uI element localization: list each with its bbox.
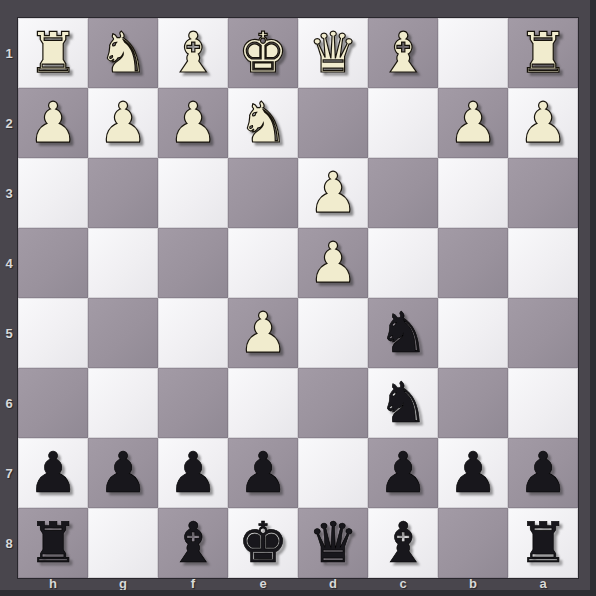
white-knight-g1: ♞ bbox=[98, 18, 148, 88]
black-pawn-h7: ♟ bbox=[28, 438, 78, 508]
square-e7[interactable]: ♟ bbox=[228, 438, 298, 508]
white-queen-d1: ♛ bbox=[308, 18, 358, 88]
square-e5[interactable]: ♟ bbox=[228, 298, 298, 368]
black-knight-c6: ♞ bbox=[378, 368, 428, 438]
white-pawn-d3: ♟ bbox=[308, 158, 358, 228]
square-b8[interactable] bbox=[438, 508, 508, 578]
black-bishop-c8: ♝ bbox=[378, 508, 428, 578]
square-d4[interactable]: ♟ bbox=[298, 228, 368, 298]
square-h8[interactable]: ♜ bbox=[18, 508, 88, 578]
square-g7[interactable]: ♟ bbox=[88, 438, 158, 508]
square-e2[interactable]: ♞ bbox=[228, 88, 298, 158]
board-frame: 12345678 hgfedcba ♜♞♝♚♛♝♜♟♟♟♞♟♟♟♟♟♞♞♟♟♟♟… bbox=[0, 0, 596, 596]
square-g4[interactable] bbox=[88, 228, 158, 298]
rank-label-5: 5 bbox=[0, 298, 18, 368]
square-h6[interactable] bbox=[18, 368, 88, 438]
square-c2[interactable] bbox=[368, 88, 438, 158]
square-e8[interactable]: ♚ bbox=[228, 508, 298, 578]
square-h3[interactable] bbox=[18, 158, 88, 228]
file-label-h: h bbox=[18, 576, 88, 591]
rank-label-2: 2 bbox=[0, 88, 18, 158]
rank-label-1: 1 bbox=[0, 18, 18, 88]
square-h5[interactable] bbox=[18, 298, 88, 368]
square-g3[interactable] bbox=[88, 158, 158, 228]
file-labels: hgfedcba bbox=[18, 576, 578, 590]
square-h1[interactable]: ♜ bbox=[18, 18, 88, 88]
rank-label-4: 4 bbox=[0, 228, 18, 298]
square-a8[interactable]: ♜ bbox=[508, 508, 578, 578]
square-g5[interactable] bbox=[88, 298, 158, 368]
white-pawn-h2: ♟ bbox=[28, 88, 78, 158]
rank-label-6: 6 bbox=[0, 368, 18, 438]
square-e1[interactable]: ♚ bbox=[228, 18, 298, 88]
file-label-g: g bbox=[88, 576, 158, 591]
black-bishop-f8: ♝ bbox=[168, 508, 218, 578]
square-a2[interactable]: ♟ bbox=[508, 88, 578, 158]
square-c3[interactable] bbox=[368, 158, 438, 228]
square-c8[interactable]: ♝ bbox=[368, 508, 438, 578]
file-label-d: d bbox=[298, 576, 368, 591]
white-king-e1: ♚ bbox=[238, 18, 288, 88]
white-pawn-e5: ♟ bbox=[238, 298, 288, 368]
square-c5[interactable]: ♞ bbox=[368, 298, 438, 368]
square-c4[interactable] bbox=[368, 228, 438, 298]
black-pawn-e7: ♟ bbox=[238, 438, 288, 508]
square-g8[interactable] bbox=[88, 508, 158, 578]
file-label-f: f bbox=[158, 576, 228, 591]
square-b1[interactable] bbox=[438, 18, 508, 88]
white-pawn-g2: ♟ bbox=[98, 88, 148, 158]
white-pawn-f2: ♟ bbox=[168, 88, 218, 158]
square-f7[interactable]: ♟ bbox=[158, 438, 228, 508]
black-king-e8: ♚ bbox=[238, 508, 288, 578]
square-a4[interactable] bbox=[508, 228, 578, 298]
square-c7[interactable]: ♟ bbox=[368, 438, 438, 508]
square-f6[interactable] bbox=[158, 368, 228, 438]
square-a5[interactable] bbox=[508, 298, 578, 368]
file-label-a: a bbox=[508, 576, 578, 591]
white-pawn-a2: ♟ bbox=[518, 88, 568, 158]
square-c1[interactable]: ♝ bbox=[368, 18, 438, 88]
rank-label-3: 3 bbox=[0, 158, 18, 228]
square-b3[interactable] bbox=[438, 158, 508, 228]
chess-board: ♜♞♝♚♛♝♜♟♟♟♞♟♟♟♟♟♞♞♟♟♟♟♟♟♟♜♝♚♛♝♜ bbox=[18, 18, 578, 578]
file-label-b: b bbox=[438, 576, 508, 591]
black-pawn-b7: ♟ bbox=[448, 438, 498, 508]
white-rook-a1: ♜ bbox=[518, 18, 568, 88]
file-label-e: e bbox=[228, 576, 298, 591]
white-pawn-d4: ♟ bbox=[308, 228, 358, 298]
square-b5[interactable] bbox=[438, 298, 508, 368]
square-a3[interactable] bbox=[508, 158, 578, 228]
black-pawn-a7: ♟ bbox=[518, 438, 568, 508]
white-knight-e2: ♞ bbox=[238, 88, 288, 158]
square-a6[interactable] bbox=[508, 368, 578, 438]
square-d1[interactable]: ♛ bbox=[298, 18, 368, 88]
square-f8[interactable]: ♝ bbox=[158, 508, 228, 578]
square-f4[interactable] bbox=[158, 228, 228, 298]
square-b2[interactable]: ♟ bbox=[438, 88, 508, 158]
square-b7[interactable]: ♟ bbox=[438, 438, 508, 508]
white-bishop-f1: ♝ bbox=[168, 18, 218, 88]
black-pawn-c7: ♟ bbox=[378, 438, 428, 508]
white-bishop-c1: ♝ bbox=[378, 18, 428, 88]
square-d3[interactable]: ♟ bbox=[298, 158, 368, 228]
square-b4[interactable] bbox=[438, 228, 508, 298]
rank-labels: 12345678 bbox=[0, 18, 18, 578]
square-f1[interactable]: ♝ bbox=[158, 18, 228, 88]
square-d8[interactable]: ♛ bbox=[298, 508, 368, 578]
square-c6[interactable]: ♞ bbox=[368, 368, 438, 438]
file-label-c: c bbox=[368, 576, 438, 591]
square-e4[interactable] bbox=[228, 228, 298, 298]
square-d5[interactable] bbox=[298, 298, 368, 368]
square-b6[interactable] bbox=[438, 368, 508, 438]
black-queen-d8: ♛ bbox=[308, 508, 358, 578]
square-g6[interactable] bbox=[88, 368, 158, 438]
square-g2[interactable]: ♟ bbox=[88, 88, 158, 158]
rank-label-8: 8 bbox=[0, 508, 18, 578]
square-d6[interactable] bbox=[298, 368, 368, 438]
white-pawn-b2: ♟ bbox=[448, 88, 498, 158]
square-e3[interactable] bbox=[228, 158, 298, 228]
black-pawn-f7: ♟ bbox=[168, 438, 218, 508]
square-f3[interactable] bbox=[158, 158, 228, 228]
square-f5[interactable] bbox=[158, 298, 228, 368]
square-e6[interactable] bbox=[228, 368, 298, 438]
square-h7[interactable]: ♟ bbox=[18, 438, 88, 508]
square-h2[interactable]: ♟ bbox=[18, 88, 88, 158]
square-g1[interactable]: ♞ bbox=[88, 18, 158, 88]
square-a1[interactable]: ♜ bbox=[508, 18, 578, 88]
rank-label-7: 7 bbox=[0, 438, 18, 508]
black-rook-a8: ♜ bbox=[518, 508, 568, 578]
black-pawn-g7: ♟ bbox=[98, 438, 148, 508]
white-rook-h1: ♜ bbox=[28, 18, 78, 88]
square-h4[interactable] bbox=[18, 228, 88, 298]
square-a7[interactable]: ♟ bbox=[508, 438, 578, 508]
square-d7[interactable] bbox=[298, 438, 368, 508]
square-d2[interactable] bbox=[298, 88, 368, 158]
black-knight-c5: ♞ bbox=[378, 298, 428, 368]
black-rook-h8: ♜ bbox=[28, 508, 78, 578]
square-f2[interactable]: ♟ bbox=[158, 88, 228, 158]
